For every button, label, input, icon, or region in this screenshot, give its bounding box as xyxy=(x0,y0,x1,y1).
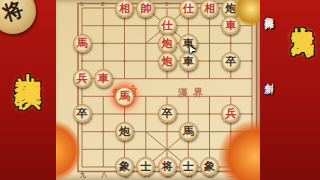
episode-title: 中炮对屏风马 xyxy=(290,8,316,20)
piece-馬-red[interactable]: 馬 xyxy=(71,35,92,53)
decorative-jiang-piece: 将 xyxy=(0,0,36,34)
xiangqi-board[interactable]: 楚河 漢界 123456789 九八七六五四三二一 相帥仕相炮仕車馬炮車炮車卒兵… xyxy=(56,0,260,180)
piece-帥-red[interactable]: 帥 xyxy=(135,0,156,17)
piece-相-red[interactable]: 相 xyxy=(114,0,135,17)
piece-兵-red[interactable]: 兵 xyxy=(71,70,92,88)
piece-卒-black[interactable]: 卒 xyxy=(220,52,241,70)
piece-将-black[interactable]: 将 xyxy=(156,158,177,176)
piece-象-black[interactable]: 象 xyxy=(114,158,135,176)
piece-士-black[interactable]: 士 xyxy=(135,158,156,176)
thumbnail-stage: 楚河 漢界 123456789 九八七六五四三二一 相帥仕相炮仕車馬炮車炮車卒兵… xyxy=(0,0,320,180)
piece-炮-black[interactable]: 炮 xyxy=(114,123,135,141)
piece-兵-red[interactable]: 兵 xyxy=(220,105,241,123)
piece-相-red[interactable]: 相 xyxy=(199,0,220,17)
piece-士-black[interactable]: 士 xyxy=(178,158,199,176)
subtitle-extra: 创新 xyxy=(262,76,275,78)
piece-炮-black[interactable]: 炮 xyxy=(220,0,241,17)
piece-車-red[interactable]: 車 xyxy=(93,70,114,88)
piece-馬-red[interactable]: 馬 xyxy=(114,87,135,105)
piece-車-red[interactable]: 車 xyxy=(220,17,241,35)
piece-炮-red[interactable]: 炮 xyxy=(156,52,177,70)
piece-馬-black[interactable]: 馬 xyxy=(178,123,199,141)
left-title-panel: 将 大神象棋 xyxy=(0,0,56,180)
piece-卒-black[interactable]: 卒 xyxy=(156,105,177,123)
piece-仕-red[interactable]: 仕 xyxy=(156,17,177,35)
piece-炮-red[interactable]: 炮 xyxy=(156,35,177,53)
piece-象-black[interactable]: 象 xyxy=(199,158,220,176)
right-title-panel: 象棋大师 创新 中炮对屏风马 xyxy=(260,0,320,180)
piece-卒-black[interactable]: 卒 xyxy=(71,105,92,123)
pieces-layer[interactable]: 相帥仕相炮仕車馬炮車炮車卒兵車馬卒卒兵炮馬象士将士象 xyxy=(71,0,262,176)
subtitle-master: 象棋大师 xyxy=(262,10,275,14)
piece-仕-red[interactable]: 仕 xyxy=(178,0,199,17)
channel-title: 大神象棋 xyxy=(12,52,44,64)
